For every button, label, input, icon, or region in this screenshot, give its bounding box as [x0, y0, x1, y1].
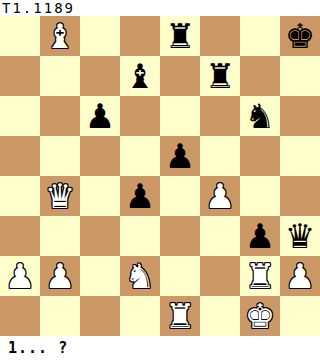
white-queen: ♛: [45, 176, 75, 216]
black-knight: ♞: [245, 96, 275, 136]
square-g7[interactable]: [240, 56, 280, 96]
square-g8[interactable]: [240, 16, 280, 56]
square-a1[interactable]: [0, 296, 40, 336]
white-pawn: ♟: [285, 256, 315, 296]
square-b5[interactable]: [40, 136, 80, 176]
square-d5[interactable]: [120, 136, 160, 176]
square-e6[interactable]: [160, 96, 200, 136]
white-knight: ♞: [125, 256, 155, 296]
square-a3[interactable]: [0, 216, 40, 256]
square-g4[interactable]: [240, 176, 280, 216]
status-bar: 1... ?: [0, 336, 320, 360]
move-prompt: 1... ?: [8, 339, 68, 357]
square-f7[interactable]: ♜: [200, 56, 240, 96]
black-bishop: ♝: [125, 56, 155, 96]
square-a2[interactable]: ♟: [0, 256, 40, 296]
square-b3[interactable]: [40, 216, 80, 256]
black-pawn: ♟: [165, 136, 195, 176]
black-pawn: ♟: [125, 176, 155, 216]
square-h6[interactable]: [280, 96, 320, 136]
square-f2[interactable]: [200, 256, 240, 296]
square-e4[interactable]: [160, 176, 200, 216]
square-h2[interactable]: ♟: [280, 256, 320, 296]
square-h1[interactable]: [280, 296, 320, 336]
square-d3[interactable]: [120, 216, 160, 256]
square-b1[interactable]: [40, 296, 80, 336]
white-king: ♚: [245, 296, 275, 336]
square-e5[interactable]: ♟: [160, 136, 200, 176]
square-c3[interactable]: [80, 216, 120, 256]
square-e7[interactable]: [160, 56, 200, 96]
square-c6[interactable]: ♟: [80, 96, 120, 136]
black-pawn: ♟: [85, 96, 115, 136]
white-rook: ♜: [165, 296, 195, 336]
square-d2[interactable]: ♞: [120, 256, 160, 296]
square-f6[interactable]: [200, 96, 240, 136]
square-e8[interactable]: ♜: [160, 16, 200, 56]
square-b4[interactable]: ♛: [40, 176, 80, 216]
square-g5[interactable]: [240, 136, 280, 176]
chess-board: ♝♜♚♝♜♟♞♟♛♟♟♟♛♟♟♞♜♟♜♚: [0, 16, 320, 336]
square-h3[interactable]: ♛: [280, 216, 320, 256]
puzzle-id-label: T1.1189: [2, 0, 75, 16]
white-bishop: ♝: [45, 16, 75, 56]
title-bar: T1.1189: [0, 0, 320, 16]
black-rook: ♜: [205, 56, 235, 96]
square-a4[interactable]: [0, 176, 40, 216]
square-d1[interactable]: [120, 296, 160, 336]
square-e1[interactable]: ♜: [160, 296, 200, 336]
black-queen: ♛: [285, 216, 315, 256]
square-g6[interactable]: ♞: [240, 96, 280, 136]
square-a7[interactable]: [0, 56, 40, 96]
white-rook: ♜: [245, 256, 275, 296]
square-d6[interactable]: [120, 96, 160, 136]
square-f1[interactable]: [200, 296, 240, 336]
square-h4[interactable]: [280, 176, 320, 216]
square-e2[interactable]: [160, 256, 200, 296]
square-c2[interactable]: [80, 256, 120, 296]
square-b7[interactable]: [40, 56, 80, 96]
white-pawn: ♟: [5, 256, 35, 296]
square-f3[interactable]: [200, 216, 240, 256]
square-g2[interactable]: ♜: [240, 256, 280, 296]
square-g3[interactable]: ♟: [240, 216, 280, 256]
square-c7[interactable]: [80, 56, 120, 96]
square-d8[interactable]: [120, 16, 160, 56]
white-pawn: ♟: [205, 176, 235, 216]
square-c4[interactable]: [80, 176, 120, 216]
square-d4[interactable]: ♟: [120, 176, 160, 216]
square-b2[interactable]: ♟: [40, 256, 80, 296]
square-h5[interactable]: [280, 136, 320, 176]
square-a6[interactable]: [0, 96, 40, 136]
white-pawn: ♟: [45, 256, 75, 296]
black-rook: ♜: [165, 16, 195, 56]
square-h8[interactable]: ♚: [280, 16, 320, 56]
black-pawn: ♟: [245, 216, 275, 256]
square-f5[interactable]: [200, 136, 240, 176]
square-b6[interactable]: [40, 96, 80, 136]
square-e3[interactable]: [160, 216, 200, 256]
square-a8[interactable]: [0, 16, 40, 56]
square-d7[interactable]: ♝: [120, 56, 160, 96]
square-b8[interactable]: ♝: [40, 16, 80, 56]
square-g1[interactable]: ♚: [240, 296, 280, 336]
square-c1[interactable]: [80, 296, 120, 336]
black-king: ♚: [285, 16, 315, 56]
square-a5[interactable]: [0, 136, 40, 176]
square-c8[interactable]: [80, 16, 120, 56]
square-f4[interactable]: ♟: [200, 176, 240, 216]
square-f8[interactable]: [200, 16, 240, 56]
puzzle-page: T1.1189 ♝♜♚♝♜♟♞♟♛♟♟♟♛♟♟♞♜♟♜♚ 1... ?: [0, 0, 320, 360]
square-c5[interactable]: [80, 136, 120, 176]
square-h7[interactable]: [280, 56, 320, 96]
